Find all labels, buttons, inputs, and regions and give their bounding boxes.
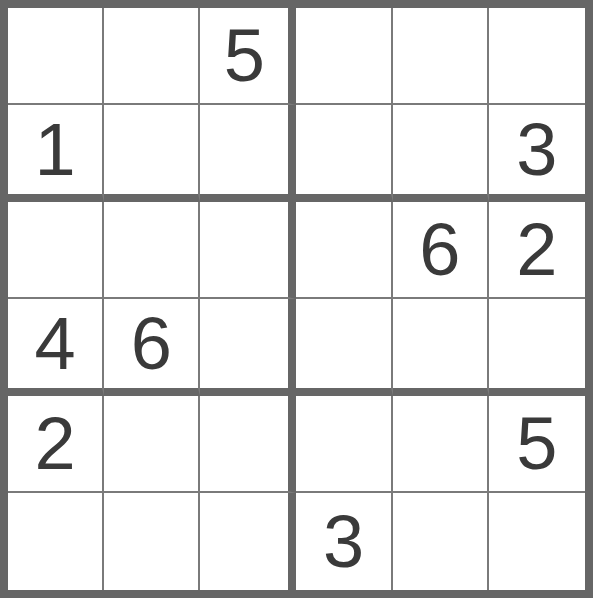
cell-r4c4[interactable] [296, 299, 392, 396]
cell-r3c1[interactable] [8, 202, 104, 299]
cell-r2c1[interactable]: 1 [8, 105, 104, 202]
cell-r1c6[interactable] [489, 8, 585, 105]
cell-r1c2[interactable] [104, 8, 200, 105]
cell-r4c6[interactable] [489, 299, 585, 396]
cell-r1c1[interactable] [8, 8, 104, 105]
cell-r6c5[interactable] [393, 493, 489, 590]
cell-r1c4[interactable] [296, 8, 392, 105]
cell-r3c5[interactable]: 6 [393, 202, 489, 299]
cell-r3c4[interactable] [296, 202, 392, 299]
cell-r2c6[interactable]: 3 [489, 105, 585, 202]
cell-r4c2[interactable]: 6 [104, 299, 200, 396]
cell-r5c3[interactable] [200, 396, 296, 493]
cell-r5c5[interactable] [393, 396, 489, 493]
cell-r2c4[interactable] [296, 105, 392, 202]
sudoku-board: 5 1 3 6 2 4 6 2 5 3 [0, 0, 593, 598]
cell-r5c1[interactable]: 2 [8, 396, 104, 493]
cell-r4c3[interactable] [200, 299, 296, 396]
cell-r3c6[interactable]: 2 [489, 202, 585, 299]
cell-r1c3[interactable]: 5 [200, 8, 296, 105]
cell-r3c2[interactable] [104, 202, 200, 299]
cell-r3c3[interactable] [200, 202, 296, 299]
cell-r5c6[interactable]: 5 [489, 396, 585, 493]
cell-r2c2[interactable] [104, 105, 200, 202]
cell-r6c3[interactable] [200, 493, 296, 590]
cell-r2c3[interactable] [200, 105, 296, 202]
cell-r1c5[interactable] [393, 8, 489, 105]
cell-r6c6[interactable] [489, 493, 585, 590]
cell-r4c1[interactable]: 4 [8, 299, 104, 396]
cell-r6c2[interactable] [104, 493, 200, 590]
cell-r6c4[interactable]: 3 [296, 493, 392, 590]
cell-r2c5[interactable] [393, 105, 489, 202]
cell-r6c1[interactable] [8, 493, 104, 590]
cell-r5c2[interactable] [104, 396, 200, 493]
cell-r5c4[interactable] [296, 396, 392, 493]
cell-r4c5[interactable] [393, 299, 489, 396]
